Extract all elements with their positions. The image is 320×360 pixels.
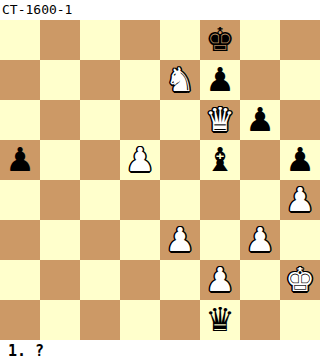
square-b2[interactable] [40,260,80,300]
square-e2[interactable] [160,260,200,300]
square-f5[interactable]: ♝ [200,140,240,180]
white-pawn: ♟ [165,220,195,260]
square-e1[interactable] [160,300,200,340]
square-d7[interactable] [120,60,160,100]
square-b8[interactable] [40,20,80,60]
black-pawn: ♟ [205,60,235,100]
black-pawn: ♟ [5,140,35,180]
square-f1[interactable]: ♛ [200,300,240,340]
square-b6[interactable] [40,100,80,140]
move-prompt: 1. ? [0,340,320,360]
square-a4[interactable] [0,180,40,220]
square-c2[interactable] [80,260,120,300]
square-h2[interactable]: ♚ [280,260,320,300]
square-a8[interactable] [0,20,40,60]
square-d6[interactable] [120,100,160,140]
square-a3[interactable] [0,220,40,260]
square-c7[interactable] [80,60,120,100]
square-h5[interactable]: ♟ [280,140,320,180]
white-pawn: ♟ [285,180,315,220]
square-g7[interactable] [240,60,280,100]
square-e3[interactable]: ♟ [160,220,200,260]
square-e8[interactable] [160,20,200,60]
square-b5[interactable] [40,140,80,180]
square-f4[interactable] [200,180,240,220]
black-pawn: ♟ [285,140,315,180]
black-bishop: ♝ [205,140,235,180]
square-g3[interactable]: ♟ [240,220,280,260]
square-g8[interactable] [240,20,280,60]
square-h7[interactable] [280,60,320,100]
square-g1[interactable] [240,300,280,340]
square-b4[interactable] [40,180,80,220]
square-c6[interactable] [80,100,120,140]
white-pawn: ♟ [125,140,155,180]
square-g5[interactable] [240,140,280,180]
white-queen: ♛ [205,100,235,140]
square-d5[interactable]: ♟ [120,140,160,180]
square-h8[interactable] [280,20,320,60]
square-a5[interactable]: ♟ [0,140,40,180]
square-h4[interactable]: ♟ [280,180,320,220]
square-c4[interactable] [80,180,120,220]
square-e4[interactable] [160,180,200,220]
square-d8[interactable] [120,20,160,60]
square-g6[interactable]: ♟ [240,100,280,140]
square-b1[interactable] [40,300,80,340]
square-g4[interactable] [240,180,280,220]
square-a1[interactable] [0,300,40,340]
square-a2[interactable] [0,260,40,300]
square-f6[interactable]: ♛ [200,100,240,140]
black-king: ♚ [205,20,235,60]
square-e6[interactable] [160,100,200,140]
square-a6[interactable] [0,100,40,140]
square-c5[interactable] [80,140,120,180]
black-pawn: ♟ [245,100,275,140]
puzzle-id-label: CT-1600-1 [0,0,320,20]
white-pawn: ♟ [205,260,235,300]
square-d2[interactable] [120,260,160,300]
white-knight: ♞ [165,60,195,100]
square-b7[interactable] [40,60,80,100]
square-g2[interactable] [240,260,280,300]
square-c8[interactable] [80,20,120,60]
square-h1[interactable] [280,300,320,340]
square-f3[interactable] [200,220,240,260]
square-h3[interactable] [280,220,320,260]
white-pawn: ♟ [245,220,275,260]
square-e5[interactable] [160,140,200,180]
square-h6[interactable] [280,100,320,140]
square-f2[interactable]: ♟ [200,260,240,300]
square-e7[interactable]: ♞ [160,60,200,100]
square-d3[interactable] [120,220,160,260]
board: ♚♞♟♛♟♟♟♝♟♟♟♟♟♚♛ [0,20,320,340]
square-c1[interactable] [80,300,120,340]
square-a7[interactable] [0,60,40,100]
square-d4[interactable] [120,180,160,220]
square-f8[interactable]: ♚ [200,20,240,60]
square-f7[interactable]: ♟ [200,60,240,100]
square-b3[interactable] [40,220,80,260]
square-c3[interactable] [80,220,120,260]
white-king: ♚ [285,260,315,300]
black-queen: ♛ [205,300,235,340]
square-d1[interactable] [120,300,160,340]
